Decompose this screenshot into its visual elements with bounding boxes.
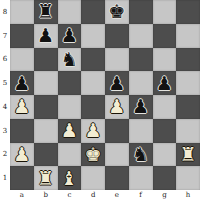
square-e1[interactable]: [105, 166, 129, 190]
rank-label-2: 2: [0, 143, 10, 167]
square-b3[interactable]: [34, 119, 58, 143]
square-d1[interactable]: [81, 166, 105, 190]
square-e7[interactable]: [105, 24, 129, 48]
square-b5[interactable]: [34, 71, 58, 95]
file-label-b: b: [34, 190, 58, 200]
rank-labels: 87654321: [0, 0, 10, 190]
square-a2[interactable]: ♟: [10, 143, 34, 167]
square-a6[interactable]: [10, 48, 34, 72]
file-label-g: g: [153, 190, 177, 200]
piece-black-pawn: ♟: [129, 95, 153, 119]
square-d7[interactable]: [81, 24, 105, 48]
square-f2[interactable]: ♞: [129, 143, 153, 167]
square-c7[interactable]: ♟: [58, 24, 82, 48]
square-b2[interactable]: [34, 143, 58, 167]
square-h7[interactable]: [176, 24, 200, 48]
square-g5[interactable]: ♟: [153, 71, 177, 95]
file-label-h: h: [176, 190, 200, 200]
square-f5[interactable]: [129, 71, 153, 95]
piece-white-rook: ♜: [176, 143, 200, 167]
square-b1[interactable]: ♜: [34, 166, 58, 190]
square-a7[interactable]: [10, 24, 34, 48]
square-c8[interactable]: [58, 0, 82, 24]
square-h1[interactable]: [176, 166, 200, 190]
square-d5[interactable]: [81, 71, 105, 95]
square-f7[interactable]: [129, 24, 153, 48]
square-f8[interactable]: [129, 0, 153, 24]
file-label-c: c: [58, 190, 82, 200]
square-g6[interactable]: [153, 48, 177, 72]
piece-black-pawn: ♟: [105, 71, 129, 95]
square-h4[interactable]: [176, 95, 200, 119]
rank-label-3: 3: [0, 119, 10, 143]
piece-white-pawn: ♟: [10, 95, 34, 119]
square-h8[interactable]: [176, 0, 200, 24]
square-e4[interactable]: ♟: [105, 95, 129, 119]
square-h6[interactable]: [176, 48, 200, 72]
piece-black-pawn: ♟: [34, 24, 58, 48]
square-e8[interactable]: ♚: [105, 0, 129, 24]
square-g2[interactable]: [153, 143, 177, 167]
square-d2[interactable]: ♚: [81, 143, 105, 167]
square-c6[interactable]: ♞: [58, 48, 82, 72]
square-b7[interactable]: ♟: [34, 24, 58, 48]
square-h2[interactable]: ♜: [176, 143, 200, 167]
square-a8[interactable]: [10, 0, 34, 24]
square-c1[interactable]: ♝: [58, 166, 82, 190]
piece-white-rook: ♜: [34, 166, 58, 190]
piece-white-pawn: ♟: [10, 143, 34, 167]
square-f6[interactable]: [129, 48, 153, 72]
square-e5[interactable]: ♟: [105, 71, 129, 95]
square-g1[interactable]: [153, 166, 177, 190]
square-e2[interactable]: [105, 143, 129, 167]
rank-label-6: 6: [0, 48, 10, 72]
piece-black-king: ♚: [105, 0, 129, 24]
square-d4[interactable]: [81, 95, 105, 119]
file-label-a: a: [10, 190, 34, 200]
rank-label-5: 5: [0, 71, 10, 95]
rank-label-1: 1: [0, 166, 10, 190]
square-a1[interactable]: [10, 166, 34, 190]
square-a3[interactable]: [10, 119, 34, 143]
piece-black-pawn: ♟: [153, 71, 177, 95]
square-b6[interactable]: [34, 48, 58, 72]
rank-label-4: 4: [0, 95, 10, 119]
rank-label-7: 7: [0, 24, 10, 48]
file-labels: abcdefgh: [10, 190, 200, 200]
square-g4[interactable]: [153, 95, 177, 119]
square-h3[interactable]: [176, 119, 200, 143]
square-b8[interactable]: ♜: [34, 0, 58, 24]
square-d3[interactable]: ♟: [81, 119, 105, 143]
square-g7[interactable]: [153, 24, 177, 48]
square-f4[interactable]: ♟: [129, 95, 153, 119]
square-f1[interactable]: [129, 166, 153, 190]
file-label-e: e: [105, 190, 129, 200]
square-c3[interactable]: ♟: [58, 119, 82, 143]
square-c2[interactable]: [58, 143, 82, 167]
square-c5[interactable]: [58, 71, 82, 95]
square-e6[interactable]: [105, 48, 129, 72]
square-d6[interactable]: [81, 48, 105, 72]
piece-black-knight: ♞: [58, 48, 82, 72]
file-label-d: d: [81, 190, 105, 200]
piece-white-bishop: ♝: [58, 166, 82, 190]
square-c4[interactable]: [58, 95, 82, 119]
piece-white-pawn: ♟: [81, 119, 105, 143]
square-h5[interactable]: [176, 71, 200, 95]
square-g3[interactable]: [153, 119, 177, 143]
square-b4[interactable]: [34, 95, 58, 119]
square-g8[interactable]: [153, 0, 177, 24]
square-a4[interactable]: ♟: [10, 95, 34, 119]
piece-black-pawn: ♟: [10, 71, 34, 95]
piece-white-king: ♚: [81, 143, 105, 167]
square-f3[interactable]: [129, 119, 153, 143]
file-label-f: f: [129, 190, 153, 200]
piece-black-rook: ♜: [34, 0, 58, 24]
square-e3[interactable]: [105, 119, 129, 143]
rank-label-8: 8: [0, 0, 10, 24]
board: ♜♚♟♟♞♟♟♟♟♟♟♟♟♟♚♞♜♜♝: [10, 0, 200, 190]
chess-board-diagram: 87654321 ♜♚♟♟♞♟♟♟♟♟♟♟♟♟♚♞♜♜♝ abcdefgh: [0, 0, 200, 200]
piece-black-knight: ♞: [129, 143, 153, 167]
piece-white-pawn: ♟: [105, 95, 129, 119]
square-d8[interactable]: [81, 0, 105, 24]
piece-white-pawn: ♟: [58, 119, 82, 143]
square-a5[interactable]: ♟: [10, 71, 34, 95]
piece-black-pawn: ♟: [58, 24, 82, 48]
